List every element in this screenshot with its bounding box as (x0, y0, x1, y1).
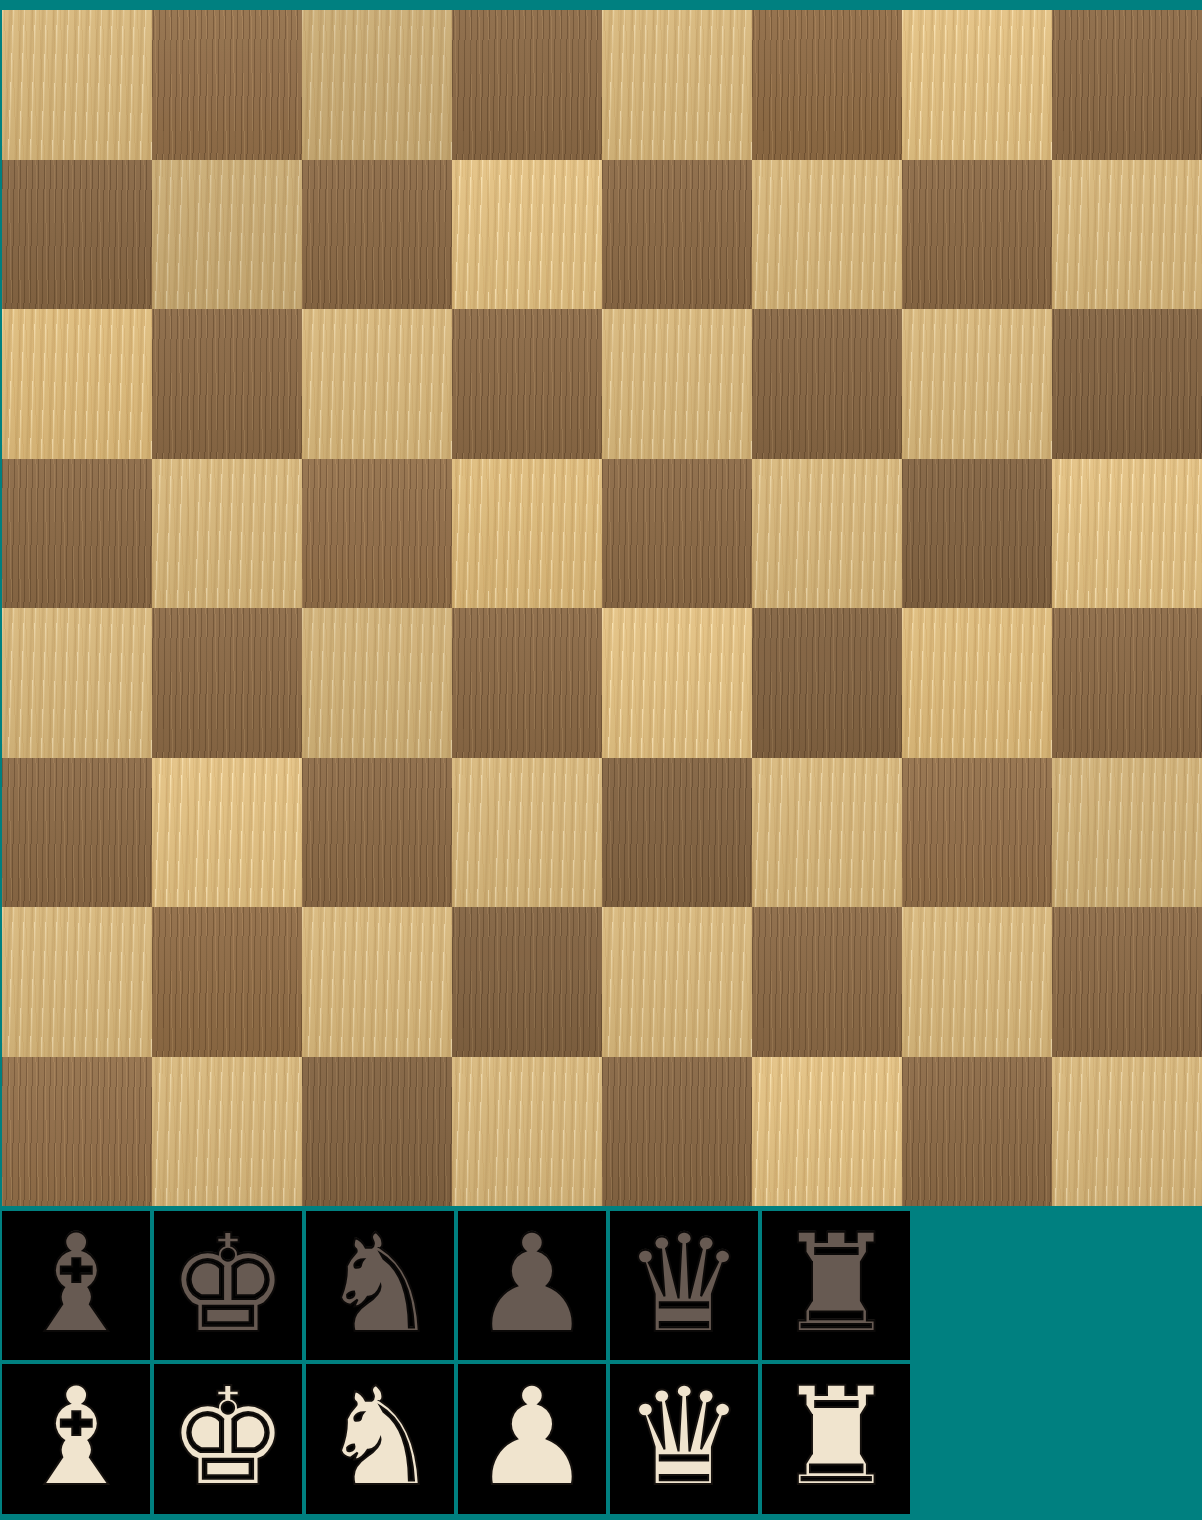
white-king-icon: ♚ (167, 1369, 289, 1505)
square-f7[interactable] (752, 160, 902, 310)
square-e2[interactable] (602, 907, 752, 1057)
sprite-tile-white-knight[interactable]: ♞ (306, 1364, 454, 1514)
sprite-tile-black-king[interactable]: ♚ (154, 1211, 302, 1360)
sprite-tile-black-queen[interactable]: ♛ (610, 1211, 758, 1360)
square-b2[interactable] (152, 907, 302, 1057)
sprite-tile-white-rook[interactable]: ♜ (762, 1364, 910, 1514)
square-b4[interactable] (152, 608, 302, 758)
sprite-tile-white-king[interactable]: ♚ (154, 1364, 302, 1514)
square-h1[interactable] (1052, 1057, 1202, 1207)
square-b6[interactable] (152, 309, 302, 459)
square-d2[interactable] (452, 907, 602, 1057)
square-e5[interactable] (602, 459, 752, 609)
square-g5[interactable] (902, 459, 1052, 609)
square-h8[interactable] (1052, 10, 1202, 160)
square-c7[interactable] (302, 160, 452, 310)
square-g7[interactable] (902, 160, 1052, 310)
square-h3[interactable] (1052, 758, 1202, 908)
square-g1[interactable] (902, 1057, 1052, 1207)
sprite-tile-black-knight[interactable]: ♞ (306, 1211, 454, 1360)
square-c8[interactable] (302, 10, 452, 160)
square-h7[interactable] (1052, 160, 1202, 310)
black-rook-icon: ♜ (775, 1216, 897, 1352)
sprite-tile-black-rook[interactable]: ♜ (762, 1211, 910, 1360)
sprite-tile-white-bishop[interactable]: ♝ (2, 1364, 150, 1514)
square-e8[interactable] (602, 10, 752, 160)
black-knight-icon: ♞ (319, 1216, 441, 1352)
square-d1[interactable] (452, 1057, 602, 1207)
square-f4[interactable] (752, 608, 902, 758)
square-c4[interactable] (302, 608, 452, 758)
square-g8[interactable] (902, 10, 1052, 160)
square-g2[interactable] (902, 907, 1052, 1057)
square-d5[interactable] (452, 459, 602, 609)
white-rook-icon: ♜ (775, 1369, 897, 1505)
square-c1[interactable] (302, 1057, 452, 1207)
square-a3[interactable] (2, 758, 152, 908)
black-king-icon: ♚ (167, 1216, 289, 1352)
white-bishop-icon: ♝ (15, 1369, 137, 1505)
square-c2[interactable] (302, 907, 452, 1057)
square-f3[interactable] (752, 758, 902, 908)
square-e6[interactable] (602, 309, 752, 459)
square-a4[interactable] (2, 608, 152, 758)
square-f5[interactable] (752, 459, 902, 609)
square-d8[interactable] (452, 10, 602, 160)
white-knight-icon: ♞ (319, 1369, 441, 1505)
square-h5[interactable] (1052, 459, 1202, 609)
square-b8[interactable] (152, 10, 302, 160)
square-c3[interactable] (302, 758, 452, 908)
square-a7[interactable] (2, 160, 152, 310)
square-a1[interactable] (2, 1057, 152, 1207)
square-a8[interactable] (2, 10, 152, 160)
square-a5[interactable] (2, 459, 152, 609)
square-d7[interactable] (452, 160, 602, 310)
sprite-tile-white-pawn[interactable]: ♟ (458, 1364, 606, 1514)
square-h4[interactable] (1052, 608, 1202, 758)
square-a6[interactable] (2, 309, 152, 459)
black-bishop-icon: ♝ (15, 1216, 137, 1352)
square-f1[interactable] (752, 1057, 902, 1207)
white-pawn-icon: ♟ (471, 1369, 593, 1505)
square-e4[interactable] (602, 608, 752, 758)
square-g4[interactable] (902, 608, 1052, 758)
square-b1[interactable] (152, 1057, 302, 1207)
square-g3[interactable] (902, 758, 1052, 908)
square-b5[interactable] (152, 459, 302, 609)
black-queen-icon: ♛ (623, 1216, 745, 1352)
square-e1[interactable] (602, 1057, 752, 1207)
square-d4[interactable] (452, 608, 602, 758)
square-h2[interactable] (1052, 907, 1202, 1057)
square-c6[interactable] (302, 309, 452, 459)
square-d6[interactable] (452, 309, 602, 459)
square-a2[interactable] (2, 907, 152, 1057)
sprite-tile-black-bishop[interactable]: ♝ (2, 1211, 150, 1360)
square-e7[interactable] (602, 160, 752, 310)
square-f2[interactable] (752, 907, 902, 1057)
square-g6[interactable] (902, 309, 1052, 459)
chess-board (2, 10, 1202, 1206)
piece-sprite-palette: ♝♚♞♟♛♜♝♚♞♟♛♜ (2, 1211, 910, 1514)
square-d3[interactable] (452, 758, 602, 908)
square-b7[interactable] (152, 160, 302, 310)
square-f6[interactable] (752, 309, 902, 459)
square-h6[interactable] (1052, 309, 1202, 459)
square-c5[interactable] (302, 459, 452, 609)
sprite-tile-white-queen[interactable]: ♛ (610, 1364, 758, 1514)
white-queen-icon: ♛ (623, 1369, 745, 1505)
square-b3[interactable] (152, 758, 302, 908)
square-f8[interactable] (752, 10, 902, 160)
square-e3[interactable] (602, 758, 752, 908)
black-pawn-icon: ♟ (471, 1216, 593, 1352)
sprite-tile-black-pawn[interactable]: ♟ (458, 1211, 606, 1360)
